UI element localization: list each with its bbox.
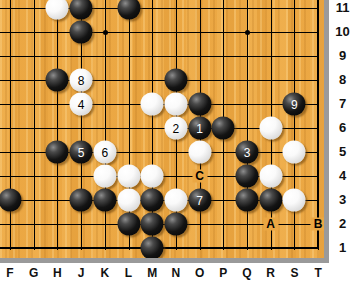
stone-black-R3[interactable] (259, 189, 282, 212)
col-label-O: O (191, 264, 209, 282)
stone-black-Q4[interactable] (236, 165, 259, 188)
col-label-L: L (120, 264, 138, 282)
col-label-P: P (214, 264, 232, 282)
stone-black-H8[interactable] (46, 69, 69, 92)
star-point-Q10 (245, 30, 250, 35)
stone-white-M4[interactable] (141, 165, 164, 188)
stone-black-N8[interactable] (164, 69, 187, 92)
board-edge-shadow-right (324, 0, 329, 263)
stone-white-M7[interactable] (141, 93, 164, 116)
stone-white-S5[interactable] (283, 141, 306, 164)
stone-black-Q5[interactable]: 3 (236, 141, 259, 164)
row-label-7: 7 (330, 96, 355, 112)
row-label-9: 9 (330, 48, 355, 64)
stone-black-J10[interactable] (70, 21, 93, 44)
point-label-A: A (263, 218, 278, 231)
stone-black-J5[interactable]: 5 (70, 141, 93, 164)
board-right-edge-line (317, 0, 319, 249)
stone-black-M3[interactable] (141, 189, 164, 212)
stone-black-M2[interactable] (141, 213, 164, 236)
stone-white-R4[interactable] (259, 165, 282, 188)
stone-black-O3[interactable]: 7 (188, 189, 211, 212)
col-label-N: N (167, 264, 185, 282)
stone-white-N6[interactable]: 2 (164, 117, 187, 140)
stone-black-O6[interactable]: 1 (188, 117, 211, 140)
row-label-1: 1 (330, 240, 355, 256)
stone-black-J3[interactable] (70, 189, 93, 212)
row-label-11: 11 (330, 0, 355, 16)
stone-white-L3[interactable] (117, 189, 140, 212)
stone-white-L4[interactable] (117, 165, 140, 188)
stone-white-O5[interactable] (188, 141, 211, 164)
col-label-H: H (48, 264, 66, 282)
col-label-T: T (309, 264, 327, 282)
stone-white-J7[interactable]: 4 (70, 93, 93, 116)
row-label-5: 5 (330, 144, 355, 160)
row-label-8: 8 (330, 72, 355, 88)
point-label-B: B (311, 218, 325, 231)
col-label-S: S (285, 264, 303, 282)
stone-black-O7[interactable] (188, 93, 211, 116)
stone-black-M1[interactable] (141, 237, 164, 259)
stone-black-P6[interactable] (212, 117, 235, 140)
row-label-3: 3 (330, 192, 355, 208)
stone-white-N7[interactable] (164, 93, 187, 116)
col-label-K: K (96, 264, 114, 282)
goban[interactable]: 849215637 ABC (0, 0, 325, 258)
stone-white-K4[interactable] (93, 165, 116, 188)
point-label-C: C (192, 170, 207, 183)
star-point-K10 (103, 30, 108, 35)
stone-white-J8[interactable]: 8 (70, 69, 93, 92)
stone-black-L2[interactable] (117, 213, 140, 236)
stone-black-H5[interactable] (46, 141, 69, 164)
go-diagram: 849215637 ABC FGHJKLMNOPQRST 11109876543… (0, 0, 356, 284)
stone-white-S3[interactable] (283, 189, 306, 212)
stone-black-K3[interactable] (93, 189, 116, 212)
row-label-10: 10 (330, 24, 355, 40)
stone-white-R6[interactable] (259, 117, 282, 140)
stone-black-S7[interactable]: 9 (283, 93, 306, 116)
col-label-Q: Q (238, 264, 256, 282)
col-label-R: R (262, 264, 280, 282)
col-label-F: F (1, 264, 19, 282)
board-edge-shadow-bottom (0, 258, 329, 263)
col-label-J: J (72, 264, 90, 282)
stone-black-Q3[interactable] (236, 189, 259, 212)
row-label-2: 2 (330, 216, 355, 232)
stone-black-N2[interactable] (164, 213, 187, 236)
col-label-G: G (25, 264, 43, 282)
row-label-6: 6 (330, 120, 355, 136)
stone-white-N3[interactable] (164, 189, 187, 212)
row-label-4: 4 (330, 168, 355, 184)
stone-white-K5[interactable]: 6 (93, 141, 116, 164)
col-label-M: M (143, 264, 161, 282)
